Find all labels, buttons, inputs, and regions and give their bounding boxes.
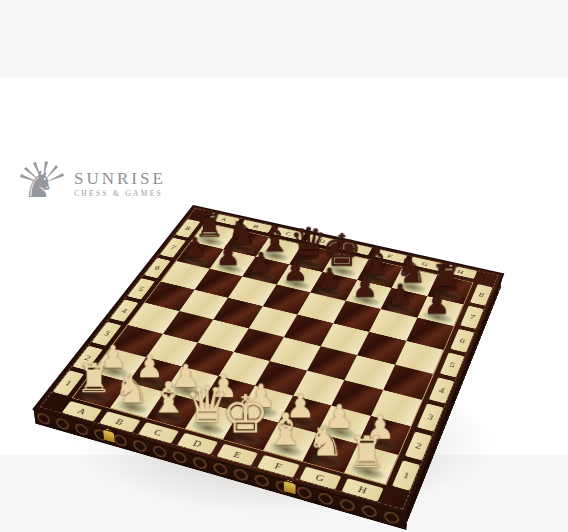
square-g5 xyxy=(357,332,406,365)
white-rook-h1: ♜ xyxy=(329,430,404,473)
product-photo-card: ♞ SUNRISE CHESS & GAMES ♜♞♝♛♚♝♞♜♟♟♟♟♟♟♟♟… xyxy=(0,77,568,455)
black-pawn-h7: ♟ xyxy=(404,289,469,318)
brass-clasp xyxy=(284,481,296,495)
brass-clasp xyxy=(103,429,115,442)
chess-set-photo: ♜♞♝♛♚♝♞♜♟♟♟♟♟♟♟♟♟♟♟♟♟♟♟♟♜♞♝♛♚♝♞♜ ABCDEFG… xyxy=(24,117,544,532)
square-h1: ♜ xyxy=(344,444,399,485)
